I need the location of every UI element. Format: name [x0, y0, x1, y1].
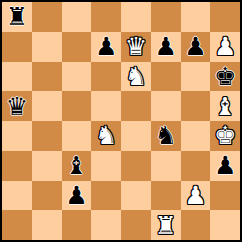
square-b4[interactable] [32, 121, 62, 151]
square-h2[interactable] [210, 181, 240, 211]
square-b7[interactable] [32, 32, 62, 62]
white-knight[interactable]: ♞ [95, 123, 117, 148]
square-g5[interactable] [181, 91, 211, 121]
black-bishop[interactable]: ♝ [65, 153, 87, 178]
square-e5[interactable] [121, 91, 151, 121]
square-e4[interactable] [121, 121, 151, 151]
white-bishop[interactable]: ♝ [214, 94, 236, 119]
square-g4[interactable] [181, 121, 211, 151]
square-g2[interactable]: ♟ [181, 181, 211, 211]
square-g8[interactable] [181, 2, 211, 32]
square-b3[interactable] [32, 151, 62, 181]
white-queen[interactable]: ♛ [125, 34, 147, 59]
square-g3[interactable] [181, 151, 211, 181]
square-h5[interactable]: ♝ [210, 91, 240, 121]
square-b5[interactable] [32, 91, 62, 121]
square-h8[interactable] [210, 2, 240, 32]
square-f3[interactable] [151, 151, 181, 181]
black-pawn[interactable]: ♟ [184, 34, 206, 59]
square-c2[interactable]: ♟ [62, 181, 92, 211]
black-queen[interactable]: ♛ [6, 94, 28, 119]
square-b8[interactable] [32, 2, 62, 32]
square-e1[interactable] [121, 210, 151, 240]
square-e7[interactable]: ♛ [121, 32, 151, 62]
square-a8[interactable]: ♜ [2, 2, 32, 32]
square-f7[interactable]: ♟ [151, 32, 181, 62]
square-g1[interactable] [181, 210, 211, 240]
square-d7[interactable]: ♟ [91, 32, 121, 62]
square-e6[interactable]: ♞ [121, 62, 151, 92]
black-knight[interactable]: ♞ [154, 123, 176, 148]
black-pawn[interactable]: ♟ [65, 183, 87, 208]
square-f6[interactable] [151, 62, 181, 92]
square-h3[interactable]: ♟ [210, 151, 240, 181]
square-d5[interactable] [91, 91, 121, 121]
square-h4[interactable]: ♚ [210, 121, 240, 151]
square-e8[interactable] [121, 2, 151, 32]
white-knight[interactable]: ♞ [125, 64, 147, 89]
square-h1[interactable] [210, 210, 240, 240]
square-g7[interactable]: ♟ [181, 32, 211, 62]
square-a4[interactable] [2, 121, 32, 151]
black-rook[interactable]: ♜ [6, 4, 28, 29]
square-c1[interactable] [62, 210, 92, 240]
square-f5[interactable] [151, 91, 181, 121]
square-c3[interactable]: ♝ [62, 151, 92, 181]
square-b6[interactable] [32, 62, 62, 92]
square-d4[interactable]: ♞ [91, 121, 121, 151]
square-a2[interactable] [2, 181, 32, 211]
square-h6[interactable]: ♚ [210, 62, 240, 92]
white-pawn[interactable]: ♟ [214, 34, 236, 59]
square-e2[interactable] [121, 181, 151, 211]
square-a7[interactable] [2, 32, 32, 62]
black-pawn[interactable]: ♟ [214, 153, 236, 178]
square-f8[interactable] [151, 2, 181, 32]
square-d3[interactable] [91, 151, 121, 181]
square-f2[interactable] [151, 181, 181, 211]
white-king[interactable]: ♚ [214, 123, 236, 148]
square-g6[interactable] [181, 62, 211, 92]
square-a6[interactable] [2, 62, 32, 92]
square-c4[interactable] [62, 121, 92, 151]
square-d6[interactable] [91, 62, 121, 92]
square-f1[interactable]: ♜ [151, 210, 181, 240]
square-e3[interactable] [121, 151, 151, 181]
square-d2[interactable] [91, 181, 121, 211]
square-h7[interactable]: ♟ [210, 32, 240, 62]
chess-board: ♜♟♛♟♟♟♞♚♛♝♞♞♚♝♟♟♟♜ [0, 0, 242, 242]
square-a1[interactable] [2, 210, 32, 240]
square-d8[interactable] [91, 2, 121, 32]
square-c7[interactable] [62, 32, 92, 62]
square-d1[interactable] [91, 210, 121, 240]
white-pawn[interactable]: ♟ [184, 183, 206, 208]
black-pawn[interactable]: ♟ [95, 34, 117, 59]
white-rook[interactable]: ♜ [154, 213, 176, 238]
square-b1[interactable] [32, 210, 62, 240]
square-c8[interactable] [62, 2, 92, 32]
black-king[interactable]: ♚ [214, 64, 236, 89]
square-a5[interactable]: ♛ [2, 91, 32, 121]
square-b2[interactable] [32, 181, 62, 211]
square-c6[interactable] [62, 62, 92, 92]
square-c5[interactable] [62, 91, 92, 121]
square-a3[interactable] [2, 151, 32, 181]
black-pawn[interactable]: ♟ [154, 34, 176, 59]
square-f4[interactable]: ♞ [151, 121, 181, 151]
